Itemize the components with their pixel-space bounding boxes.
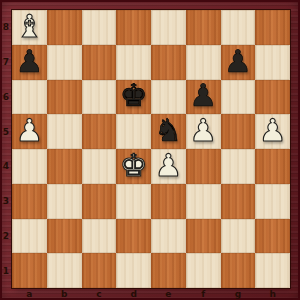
square-h5[interactable]: ♟	[255, 114, 290, 149]
piece-black-king[interactable]: ♚	[120, 80, 148, 111]
rank-label-6: 6	[0, 80, 12, 115]
piece-white-bishop[interactable]: ♝	[15, 11, 43, 42]
square-c5[interactable]	[82, 114, 117, 149]
rank-label-1: 1	[0, 253, 12, 288]
square-d3[interactable]	[116, 184, 151, 219]
square-d2[interactable]	[116, 219, 151, 254]
square-e2[interactable]	[151, 219, 186, 254]
square-f4[interactable]	[186, 149, 221, 184]
square-e1[interactable]	[151, 253, 186, 288]
square-g8[interactable]	[221, 10, 256, 45]
square-a4[interactable]	[12, 149, 47, 184]
square-a3[interactable]	[12, 184, 47, 219]
piece-black-knight[interactable]: ♞	[154, 115, 182, 146]
file-label-d: d	[116, 288, 151, 300]
square-g1[interactable]	[221, 253, 256, 288]
square-c3[interactable]	[82, 184, 117, 219]
square-d1[interactable]	[116, 253, 151, 288]
square-h4[interactable]	[255, 149, 290, 184]
square-b3[interactable]	[47, 184, 82, 219]
square-c6[interactable]	[82, 80, 117, 115]
square-b8[interactable]	[47, 10, 82, 45]
square-a8[interactable]: ♝	[12, 10, 47, 45]
rank-label-3: 3	[0, 184, 12, 219]
rank-label-4: 4	[0, 149, 12, 184]
file-label-g: g	[221, 288, 256, 300]
chess-board-frame: ♝♟♟♚♟♟♞♟♟♚♟ 87654321 abcdefgh	[0, 0, 300, 300]
rank-label-8: 8	[0, 10, 12, 45]
square-c7[interactable]	[82, 45, 117, 80]
square-c2[interactable]	[82, 219, 117, 254]
square-e5[interactable]: ♞	[151, 114, 186, 149]
square-b5[interactable]	[47, 114, 82, 149]
piece-black-pawn[interactable]: ♟	[189, 80, 217, 111]
file-label-c: c	[82, 288, 117, 300]
square-g7[interactable]: ♟	[221, 45, 256, 80]
square-f2[interactable]	[186, 219, 221, 254]
piece-white-pawn[interactable]: ♟	[15, 115, 43, 146]
square-h3[interactable]	[255, 184, 290, 219]
square-c8[interactable]	[82, 10, 117, 45]
square-g5[interactable]	[221, 114, 256, 149]
piece-white-king[interactable]: ♚	[120, 150, 148, 181]
square-f6[interactable]: ♟	[186, 80, 221, 115]
square-h8[interactable]	[255, 10, 290, 45]
square-e6[interactable]	[151, 80, 186, 115]
file-label-e: e	[151, 288, 186, 300]
square-e8[interactable]	[151, 10, 186, 45]
square-d8[interactable]	[116, 10, 151, 45]
rank-label-2: 2	[0, 219, 12, 254]
square-h1[interactable]	[255, 253, 290, 288]
piece-white-pawn[interactable]: ♟	[189, 115, 217, 146]
square-d6[interactable]: ♚	[116, 80, 151, 115]
square-b7[interactable]	[47, 45, 82, 80]
file-label-a: a	[12, 288, 47, 300]
file-label-h: h	[255, 288, 290, 300]
square-f8[interactable]	[186, 10, 221, 45]
square-g2[interactable]	[221, 219, 256, 254]
piece-black-pawn[interactable]: ♟	[15, 46, 43, 77]
square-h6[interactable]	[255, 80, 290, 115]
square-b2[interactable]	[47, 219, 82, 254]
square-g4[interactable]	[221, 149, 256, 184]
rank-label-5: 5	[0, 114, 12, 149]
square-c4[interactable]	[82, 149, 117, 184]
piece-white-pawn[interactable]: ♟	[259, 115, 287, 146]
square-b6[interactable]	[47, 80, 82, 115]
file-label-b: b	[47, 288, 82, 300]
square-e7[interactable]	[151, 45, 186, 80]
square-a1[interactable]	[12, 253, 47, 288]
square-g6[interactable]	[221, 80, 256, 115]
square-a2[interactable]	[12, 219, 47, 254]
piece-white-pawn[interactable]: ♟	[154, 150, 182, 181]
square-d7[interactable]	[116, 45, 151, 80]
square-d4[interactable]: ♚	[116, 149, 151, 184]
piece-black-pawn[interactable]: ♟	[224, 46, 252, 77]
square-a5[interactable]: ♟	[12, 114, 47, 149]
square-a7[interactable]: ♟	[12, 45, 47, 80]
square-d5[interactable]	[116, 114, 151, 149]
rank-label-7: 7	[0, 45, 12, 80]
file-label-f: f	[186, 288, 221, 300]
square-b4[interactable]	[47, 149, 82, 184]
square-b1[interactable]	[47, 253, 82, 288]
square-f5[interactable]: ♟	[186, 114, 221, 149]
square-h7[interactable]	[255, 45, 290, 80]
square-h2[interactable]	[255, 219, 290, 254]
square-a6[interactable]	[12, 80, 47, 115]
square-e4[interactable]: ♟	[151, 149, 186, 184]
square-f7[interactable]	[186, 45, 221, 80]
square-c1[interactable]	[82, 253, 117, 288]
square-g3[interactable]	[221, 184, 256, 219]
square-f3[interactable]	[186, 184, 221, 219]
chess-board: ♝♟♟♚♟♟♞♟♟♚♟	[12, 10, 290, 288]
square-e3[interactable]	[151, 184, 186, 219]
square-f1[interactable]	[186, 253, 221, 288]
